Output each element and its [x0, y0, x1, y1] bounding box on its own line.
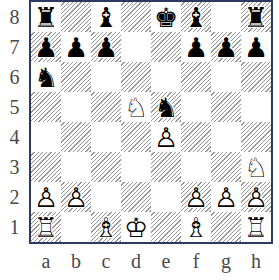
piece-halo: ♜	[241, 2, 271, 32]
square-b7[interactable]: ♟♟	[61, 32, 91, 62]
square-f3[interactable]	[181, 152, 211, 182]
chess-board: ♜♜♝♝♚♚♝♝♜♜♟♟♟♟♟♟♟♟♟♟♟♟♞♞♞♘♞♞♟♙♞♘♟♙♟♙♟♙♟♙…	[29, 0, 273, 244]
black-knight-icon: ♞	[31, 62, 61, 92]
file-label-d: d	[121, 246, 151, 276]
square-c2[interactable]	[91, 182, 121, 212]
white-king-icon: ♔	[121, 212, 151, 242]
piece-halo: ♟	[241, 182, 271, 212]
square-d2[interactable]	[121, 182, 151, 212]
black-pawn-icon: ♟	[31, 32, 61, 62]
piece-halo: ♞	[241, 152, 271, 182]
white-bishop-icon: ♗	[91, 212, 121, 242]
square-g5[interactable]	[211, 92, 241, 122]
black-pawn-icon: ♟	[181, 32, 211, 62]
piece-halo: ♝	[181, 2, 211, 32]
square-a4[interactable]	[31, 122, 61, 152]
piece-halo: ♟	[61, 32, 91, 62]
square-e6[interactable]	[151, 62, 181, 92]
square-h2[interactable]: ♟♙	[241, 182, 271, 212]
square-d4[interactable]	[121, 122, 151, 152]
piece-halo: ♟	[91, 32, 121, 62]
square-d5[interactable]: ♞♘	[121, 92, 151, 122]
piece-halo: ♜	[31, 2, 61, 32]
square-c7[interactable]: ♟♟	[91, 32, 121, 62]
file-label-f: f	[181, 246, 211, 276]
square-d8[interactable]	[121, 2, 151, 32]
square-f7[interactable]: ♟♟	[181, 32, 211, 62]
square-e2[interactable]	[151, 182, 181, 212]
square-b2[interactable]: ♟♙	[61, 182, 91, 212]
square-b4[interactable]	[61, 122, 91, 152]
file-label-a: a	[31, 246, 61, 276]
square-g1[interactable]	[211, 212, 241, 242]
black-bishop-icon: ♝	[181, 2, 211, 32]
piece-halo: ♞	[121, 92, 151, 122]
white-pawn-icon: ♙	[151, 122, 181, 152]
black-rook-icon: ♜	[31, 2, 61, 32]
square-d1[interactable]: ♚♔	[121, 212, 151, 242]
square-e3[interactable]	[151, 152, 181, 182]
piece-halo: ♟	[151, 122, 181, 152]
square-d7[interactable]	[121, 32, 151, 62]
white-rook-icon: ♖	[31, 212, 61, 242]
square-e7[interactable]	[151, 32, 181, 62]
white-knight-icon: ♘	[241, 152, 271, 182]
black-pawn-icon: ♟	[61, 32, 91, 62]
piece-halo: ♞	[151, 92, 181, 122]
square-h6[interactable]	[241, 62, 271, 92]
black-king-icon: ♚	[151, 2, 181, 32]
black-rook-icon: ♜	[241, 2, 271, 32]
square-f4[interactable]	[181, 122, 211, 152]
piece-halo: ♟	[241, 32, 271, 62]
chess-diagram: 87654321 ♜♜♝♝♚♚♝♝♜♜♟♟♟♟♟♟♟♟♟♟♟♟♞♞♞♘♞♞♟♙♞…	[0, 0, 279, 280]
square-g7[interactable]: ♟♟	[211, 32, 241, 62]
rank-label-8: 8	[0, 2, 29, 32]
square-g4[interactable]	[211, 122, 241, 152]
rank-label-3: 3	[0, 152, 29, 182]
square-a8[interactable]: ♜♜	[31, 2, 61, 32]
square-e4[interactable]: ♟♙	[151, 122, 181, 152]
piece-halo: ♟	[181, 182, 211, 212]
square-e1[interactable]	[151, 212, 181, 242]
square-c1[interactable]: ♝♗	[91, 212, 121, 242]
piece-halo: ♜	[31, 212, 61, 242]
square-b1[interactable]	[61, 212, 91, 242]
white-rook-icon: ♖	[241, 212, 271, 242]
piece-halo: ♚	[151, 2, 181, 32]
white-pawn-icon: ♙	[31, 182, 61, 212]
square-f5[interactable]	[181, 92, 211, 122]
file-label-c: c	[91, 246, 121, 276]
rank-label-5: 5	[0, 92, 29, 122]
square-d3[interactable]	[121, 152, 151, 182]
square-a1[interactable]: ♜♖	[31, 212, 61, 242]
file-label-b: b	[61, 246, 91, 276]
square-c3[interactable]	[91, 152, 121, 182]
piece-halo: ♝	[91, 2, 121, 32]
square-c6[interactable]	[91, 62, 121, 92]
white-bishop-icon: ♗	[181, 212, 211, 242]
square-b8[interactable]	[61, 2, 91, 32]
piece-halo: ♟	[211, 32, 241, 62]
rank-label-7: 7	[0, 32, 29, 62]
white-pawn-icon: ♙	[181, 182, 211, 212]
square-g6[interactable]	[211, 62, 241, 92]
square-d6[interactable]	[121, 62, 151, 92]
square-b3[interactable]	[61, 152, 91, 182]
square-b6[interactable]	[61, 62, 91, 92]
square-c5[interactable]	[91, 92, 121, 122]
white-pawn-icon: ♙	[241, 182, 271, 212]
square-a3[interactable]	[31, 152, 61, 182]
square-a5[interactable]	[31, 92, 61, 122]
white-knight-icon: ♘	[121, 92, 151, 122]
piece-halo: ♟	[211, 182, 241, 212]
square-a7[interactable]: ♟♟	[31, 32, 61, 62]
file-label-e: e	[151, 246, 181, 276]
square-f6[interactable]	[181, 62, 211, 92]
square-h4[interactable]	[241, 122, 271, 152]
black-pawn-icon: ♟	[241, 32, 271, 62]
piece-halo: ♚	[121, 212, 151, 242]
piece-halo: ♞	[31, 62, 61, 92]
rank-label-4: 4	[0, 122, 29, 152]
square-h5[interactable]	[241, 92, 271, 122]
black-pawn-icon: ♟	[211, 32, 241, 62]
white-pawn-icon: ♙	[211, 182, 241, 212]
file-label-h: h	[241, 246, 271, 276]
square-a6[interactable]: ♞♞	[31, 62, 61, 92]
white-pawn-icon: ♙	[61, 182, 91, 212]
square-f1[interactable]: ♝♗	[181, 212, 211, 242]
black-pawn-icon: ♟	[91, 32, 121, 62]
square-h1[interactable]: ♜♖	[241, 212, 271, 242]
rank-label-1: 1	[0, 212, 29, 242]
square-h8[interactable]: ♜♜	[241, 2, 271, 32]
square-c4[interactable]	[91, 122, 121, 152]
piece-halo: ♟	[31, 32, 61, 62]
square-e5[interactable]: ♞♞	[151, 92, 181, 122]
square-g8[interactable]	[211, 2, 241, 32]
square-a2[interactable]: ♟♙	[31, 182, 61, 212]
square-g2[interactable]: ♟♙	[211, 182, 241, 212]
rank-label-6: 6	[0, 62, 29, 92]
black-bishop-icon: ♝	[91, 2, 121, 32]
rank-label-2: 2	[0, 182, 29, 212]
square-h3[interactable]: ♞♘	[241, 152, 271, 182]
piece-halo: ♟	[31, 182, 61, 212]
piece-halo: ♟	[181, 32, 211, 62]
piece-halo: ♟	[61, 182, 91, 212]
square-f2[interactable]: ♟♙	[181, 182, 211, 212]
square-c8[interactable]: ♝♝	[91, 2, 121, 32]
file-labels: abcdefgh	[31, 246, 271, 276]
square-e8[interactable]: ♚♚	[151, 2, 181, 32]
piece-halo: ♝	[91, 212, 121, 242]
rank-labels: 87654321	[0, 2, 29, 242]
piece-halo: ♜	[241, 212, 271, 242]
square-f8[interactable]: ♝♝	[181, 2, 211, 32]
square-b5[interactable]	[61, 92, 91, 122]
square-g3[interactable]	[211, 152, 241, 182]
black-knight-icon: ♞	[151, 92, 181, 122]
piece-halo: ♝	[181, 212, 211, 242]
file-label-g: g	[211, 246, 241, 276]
square-h7[interactable]: ♟♟	[241, 32, 271, 62]
